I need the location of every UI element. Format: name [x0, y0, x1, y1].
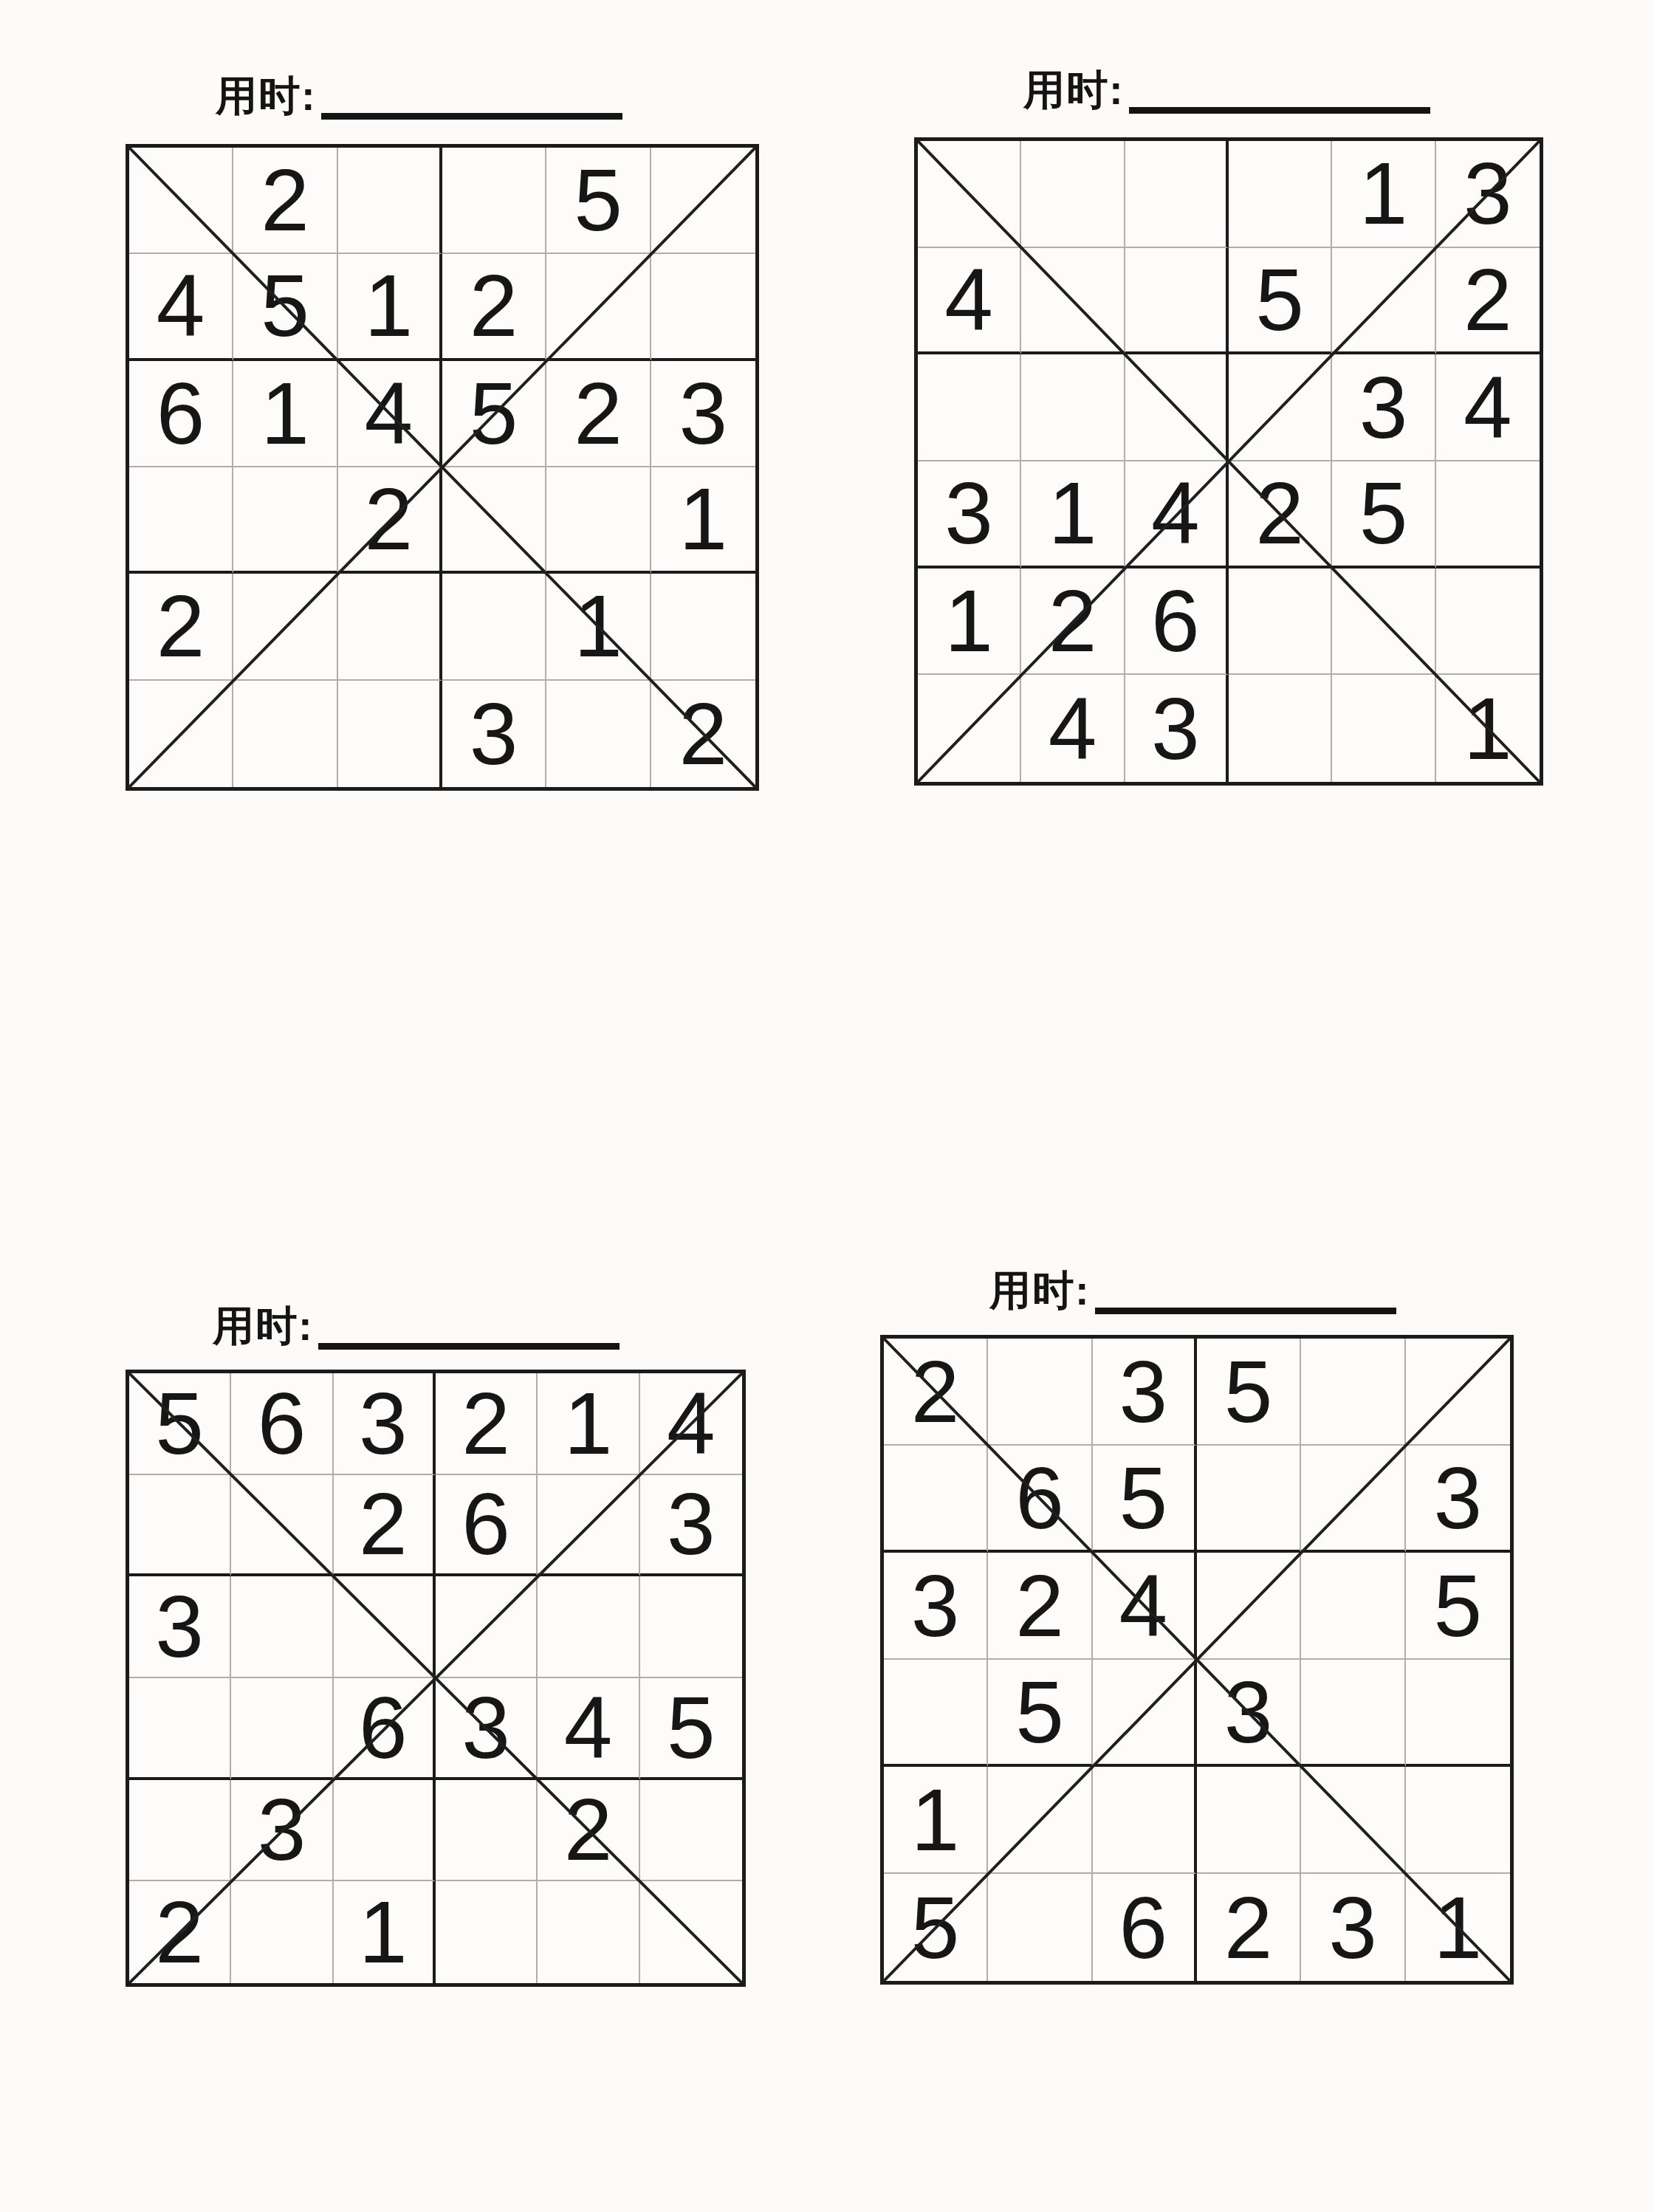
p1-cell-r5c1-given: 2 — [129, 574, 233, 680]
p2-cell-r4c4-given: 2 — [1229, 461, 1332, 569]
p4-cell-r3c2-given: 2 — [988, 1553, 1092, 1660]
time-blank[interactable] — [1129, 57, 1430, 114]
timer-label: 用时: — [213, 1305, 314, 1350]
p1-cell-r5c4-empty[interactable] — [442, 574, 546, 680]
p2-cell-r6c1-empty[interactable] — [918, 675, 1021, 782]
timer-row: 用时: — [989, 1264, 1514, 1314]
p1-cell-r4c6-given: 1 — [651, 467, 755, 574]
p1-cell-r2c5-empty[interactable] — [546, 254, 651, 360]
p2-cell-r3c6-given: 4 — [1436, 354, 1540, 461]
p3-cell-r4c1-empty[interactable] — [129, 1678, 231, 1780]
sudoku-grid-2: 134523431425126431 — [918, 141, 1540, 782]
p4-cell-r6c6-given: 1 — [1406, 1874, 1510, 1981]
p3-cell-r5c1-empty[interactable] — [129, 1780, 231, 1882]
worksheet-page: 用时: 254512614523212132 用时: 1345234314251… — [0, 0, 1654, 2212]
p4-cell-r1c4-given: 5 — [1197, 1339, 1301, 1446]
p1-cell-r5c6-empty[interactable] — [651, 574, 755, 680]
timer-row: 用时: — [1023, 63, 1543, 114]
p1-cell-r4c2-empty[interactable] — [233, 467, 337, 574]
p1-cell-r1c4-empty[interactable] — [442, 148, 546, 254]
p4-cell-r5c6-empty[interactable] — [1406, 1767, 1510, 1874]
p4-cell-r3c4-empty[interactable] — [1197, 1553, 1301, 1660]
p1-cell-r2c3-given: 1 — [338, 254, 442, 360]
p3-cell-r2c4-given: 6 — [436, 1475, 538, 1577]
p1-cell-r2c1-given: 4 — [129, 254, 233, 360]
p4-cell-r4c6-empty[interactable] — [1406, 1660, 1510, 1767]
p2-cell-r6c3-given: 3 — [1125, 675, 1229, 782]
p3-cell-r2c3-given: 2 — [334, 1475, 436, 1577]
p3-cell-r5c6-empty[interactable] — [640, 1780, 742, 1882]
p3-cell-r1c6-given: 4 — [640, 1373, 742, 1475]
p1-cell-r4c5-empty[interactable] — [546, 467, 651, 574]
p4-cell-r4c5-empty[interactable] — [1301, 1660, 1405, 1767]
p1-cell-r3c5-given: 2 — [546, 361, 651, 467]
p3-cell-r1c5-given: 1 — [538, 1373, 639, 1475]
timer-label: 用时: — [216, 75, 317, 120]
p1-cell-r4c4-empty[interactable] — [442, 467, 546, 574]
p1-cell-r1c2-given: 2 — [233, 148, 337, 254]
p2-cell-r3c5-given: 3 — [1332, 354, 1435, 461]
p3-cell-r6c5-empty[interactable] — [538, 1881, 639, 1983]
p4-cell-r6c2-empty[interactable] — [988, 1874, 1092, 1981]
p2-cell-r2c6-given: 2 — [1436, 248, 1540, 355]
p4-cell-r3c3-given: 4 — [1093, 1553, 1197, 1660]
p1-cell-r3c1-given: 6 — [129, 361, 233, 467]
p1-cell-r3c3-given: 4 — [338, 361, 442, 467]
p3-cell-r3c5-empty[interactable] — [538, 1576, 639, 1678]
p2-cell-r3c1-empty[interactable] — [918, 354, 1021, 461]
p2-cell-r2c5-empty[interactable] — [1332, 248, 1435, 355]
p1-cell-r6c1-empty[interactable] — [129, 681, 233, 787]
p3-cell-r2c2-empty[interactable] — [231, 1475, 333, 1577]
p1-cell-r4c3-given: 2 — [338, 467, 442, 574]
p3-cell-r4c5-given: 4 — [538, 1678, 639, 1780]
p2-cell-r1c6-given: 3 — [1436, 141, 1540, 248]
p3-cell-r3c6-empty[interactable] — [640, 1576, 742, 1678]
p1-cell-r6c5-empty[interactable] — [546, 681, 651, 787]
p3-cell-r4c3-given: 6 — [334, 1678, 436, 1780]
p2-cell-r6c2-given: 4 — [1021, 675, 1125, 782]
sudoku-board-3: 563214263363453221 — [126, 1370, 746, 1987]
p4-cell-r5c1-given: 1 — [884, 1767, 988, 1874]
p2-cell-r2c2-empty[interactable] — [1021, 248, 1125, 355]
p3-cell-r2c6-given: 3 — [640, 1475, 742, 1577]
p4-cell-r4c2-given: 5 — [988, 1660, 1092, 1767]
sudoku-grid-3: 563214263363453221 — [129, 1373, 742, 1983]
p3-cell-r6c2-empty[interactable] — [231, 1881, 333, 1983]
p2-cell-r3c3-empty[interactable] — [1125, 354, 1229, 461]
p1-cell-r2c6-empty[interactable] — [651, 254, 755, 360]
p4-cell-r2c6-given: 3 — [1406, 1446, 1510, 1553]
p2-cell-r3c2-empty[interactable] — [1021, 354, 1125, 461]
puzzle-2: 用时: 134523431425126431 — [914, 63, 1543, 786]
p1-cell-r5c3-empty[interactable] — [338, 574, 442, 680]
p3-cell-r6c4-empty[interactable] — [436, 1881, 538, 1983]
p2-cell-r5c2-given: 2 — [1021, 569, 1125, 676]
p4-cell-r3c1-given: 3 — [884, 1553, 988, 1660]
p4-cell-r1c3-given: 3 — [1093, 1339, 1197, 1446]
p1-cell-r1c6-empty[interactable] — [651, 148, 755, 254]
p4-cell-r1c1-given: 2 — [884, 1339, 988, 1446]
p4-cell-r3c5-empty[interactable] — [1301, 1553, 1405, 1660]
p2-cell-r5c4-empty[interactable] — [1229, 569, 1332, 676]
p1-cell-r2c4-given: 2 — [442, 254, 546, 360]
p3-cell-r2c1-empty[interactable] — [129, 1475, 231, 1577]
puzzle-1: 用时: 254512614523212132 — [126, 69, 759, 791]
p1-cell-r3c4-given: 5 — [442, 361, 546, 467]
p2-cell-r6c5-empty[interactable] — [1332, 675, 1435, 782]
p2-cell-r4c5-given: 5 — [1332, 461, 1435, 569]
p1-cell-r6c6-given: 2 — [651, 681, 755, 787]
p2-cell-r4c2-given: 1 — [1021, 461, 1125, 569]
p2-cell-r1c1-empty[interactable] — [918, 141, 1021, 248]
p4-cell-r1c2-empty[interactable] — [988, 1339, 1092, 1446]
p2-cell-r3c4-empty[interactable] — [1229, 354, 1332, 461]
p3-cell-r5c5-given: 2 — [538, 1780, 639, 1882]
p4-cell-r1c5-empty[interactable] — [1301, 1339, 1405, 1446]
p1-cell-r6c4-given: 3 — [442, 681, 546, 787]
p1-cell-r1c5-given: 5 — [546, 148, 651, 254]
p4-cell-r2c3-given: 5 — [1093, 1446, 1197, 1553]
p3-cell-r2c5-empty[interactable] — [538, 1475, 639, 1577]
p4-cell-r2c4-empty[interactable] — [1197, 1446, 1301, 1553]
p3-cell-r4c4-given: 3 — [436, 1678, 538, 1780]
p1-cell-r3c6-given: 3 — [651, 361, 755, 467]
p2-cell-r1c5-given: 1 — [1332, 141, 1435, 248]
sudoku-grid-1: 254512614523212132 — [129, 148, 755, 787]
p2-cell-r1c2-empty[interactable] — [1021, 141, 1125, 248]
p4-cell-r2c5-empty[interactable] — [1301, 1446, 1405, 1553]
p1-cell-r6c3-empty[interactable] — [338, 681, 442, 787]
timer-label: 用时: — [1023, 69, 1125, 114]
p1-cell-r3c2-given: 1 — [233, 361, 337, 467]
p2-cell-r6c6-given: 1 — [1436, 675, 1540, 782]
p2-cell-r4c1-given: 3 — [918, 461, 1021, 569]
p3-cell-r6c1-given: 2 — [129, 1881, 231, 1983]
p3-cell-r1c2-given: 6 — [231, 1373, 333, 1475]
p3-cell-r1c4-given: 2 — [436, 1373, 538, 1475]
p2-cell-r6c4-empty[interactable] — [1229, 675, 1332, 782]
p2-cell-r5c3-given: 6 — [1125, 569, 1229, 676]
time-blank[interactable] — [318, 1293, 620, 1350]
p4-cell-r2c2-given: 6 — [988, 1446, 1092, 1553]
p4-cell-r5c2-empty[interactable] — [988, 1767, 1092, 1874]
p4-cell-r6c3-given: 6 — [1093, 1874, 1197, 1981]
p4-cell-r4c3-empty[interactable] — [1093, 1660, 1197, 1767]
p1-cell-r5c5-given: 1 — [546, 574, 651, 680]
p1-cell-r1c3-empty[interactable] — [338, 148, 442, 254]
p2-cell-r1c4-empty[interactable] — [1229, 141, 1332, 248]
sudoku-grid-4: 235653324553156231 — [884, 1339, 1510, 1981]
p3-cell-r3c2-empty[interactable] — [231, 1576, 333, 1678]
timer-label: 用时: — [989, 1270, 1091, 1314]
sudoku-board-1: 254512614523212132 — [126, 144, 759, 791]
p3-cell-r5c4-empty[interactable] — [436, 1780, 538, 1882]
timer-row: 用时: — [213, 1299, 746, 1350]
p4-cell-r6c1-given: 5 — [884, 1874, 988, 1981]
p4-cell-r6c5-given: 3 — [1301, 1874, 1405, 1981]
p3-cell-r6c3-given: 1 — [334, 1881, 436, 1983]
p1-cell-r2c2-given: 5 — [233, 254, 337, 360]
sudoku-board-4: 235653324553156231 — [880, 1335, 1514, 1985]
p2-cell-r2c3-empty[interactable] — [1125, 248, 1229, 355]
puzzle-4: 用时: 235653324553156231 — [880, 1264, 1514, 1985]
time-blank[interactable] — [321, 63, 622, 120]
p3-cell-r4c6-given: 5 — [640, 1678, 742, 1780]
p4-cell-r3c6-given: 5 — [1406, 1553, 1510, 1660]
p4-cell-r4c4-given: 3 — [1197, 1660, 1301, 1767]
p4-cell-r1c6-empty[interactable] — [1406, 1339, 1510, 1446]
p2-cell-r5c6-empty[interactable] — [1436, 569, 1540, 676]
p4-cell-r2c1-empty[interactable] — [884, 1446, 988, 1553]
timer-row: 用时: — [216, 69, 759, 120]
p2-cell-r2c4-given: 5 — [1229, 248, 1332, 355]
puzzle-3: 用时: 563214263363453221 — [126, 1299, 746, 1987]
p3-cell-r4c2-empty[interactable] — [231, 1678, 333, 1780]
p2-cell-r5c5-empty[interactable] — [1332, 569, 1435, 676]
p3-cell-r5c3-empty[interactable] — [334, 1780, 436, 1882]
p3-cell-r5c2-given: 3 — [231, 1780, 333, 1882]
p3-cell-r1c3-given: 3 — [334, 1373, 436, 1475]
p2-cell-r4c6-empty[interactable] — [1436, 461, 1540, 569]
p1-cell-r5c2-empty[interactable] — [233, 574, 337, 680]
p3-cell-r6c6-empty[interactable] — [640, 1881, 742, 1983]
p1-cell-r6c2-empty[interactable] — [233, 681, 337, 787]
p2-cell-r5c1-given: 1 — [918, 569, 1021, 676]
p1-cell-r4c1-empty[interactable] — [129, 467, 233, 574]
p3-cell-r3c4-empty[interactable] — [436, 1576, 538, 1678]
p4-cell-r6c4-given: 2 — [1197, 1874, 1301, 1981]
p2-cell-r4c3-given: 4 — [1125, 461, 1229, 569]
sudoku-board-2: 134523431425126431 — [914, 137, 1543, 786]
p4-cell-r5c5-empty[interactable] — [1301, 1767, 1405, 1874]
time-blank[interactable] — [1095, 1257, 1396, 1314]
p4-cell-r5c4-empty[interactable] — [1197, 1767, 1301, 1874]
p3-cell-r3c3-empty[interactable] — [334, 1576, 436, 1678]
p4-cell-r4c1-empty[interactable] — [884, 1660, 988, 1767]
p4-cell-r5c3-empty[interactable] — [1093, 1767, 1197, 1874]
p3-cell-r1c1-given: 5 — [129, 1373, 231, 1475]
p3-cell-r3c1-given: 3 — [129, 1576, 231, 1678]
p2-cell-r1c3-empty[interactable] — [1125, 141, 1229, 248]
p2-cell-r2c1-given: 4 — [918, 248, 1021, 355]
p1-cell-r1c1-empty[interactable] — [129, 148, 233, 254]
